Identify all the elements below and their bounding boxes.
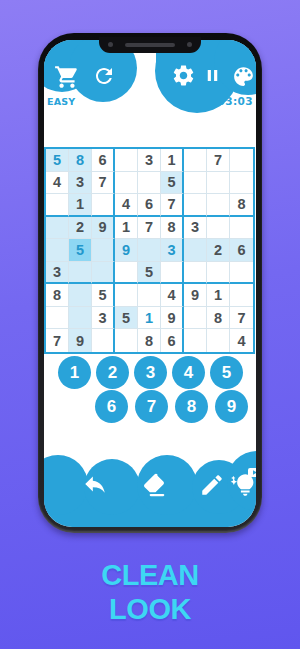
- cell-r3c2[interactable]: 1: [69, 194, 92, 217]
- palette-icon: [231, 64, 256, 89]
- cell-r6c8[interactable]: [207, 262, 230, 285]
- app-screen: EASY 03:03 58631743751467829178359326358…: [44, 40, 256, 527]
- cell-r6c3[interactable]: [92, 262, 115, 285]
- timer: 03:03: [218, 95, 253, 107]
- numpad-1[interactable]: 1: [58, 356, 91, 389]
- cell-r8c6[interactable]: 9: [161, 307, 184, 330]
- cell-r1c2[interactable]: 8: [69, 149, 92, 172]
- cell-r7c5[interactable]: [138, 284, 161, 307]
- sudoku-board: 5863174375146782917835932635854913519877…: [44, 147, 255, 354]
- numpad-6[interactable]: 6: [95, 390, 128, 423]
- cell-r9c8[interactable]: [207, 329, 230, 352]
- phone-mockup: EASY 03:03 58631743751467829178359326358…: [38, 33, 262, 533]
- cell-r1c3[interactable]: 6: [92, 149, 115, 172]
- cell-r7c2[interactable]: [69, 284, 92, 307]
- cell-r6c9[interactable]: [230, 262, 253, 285]
- eraser-button[interactable]: [141, 472, 167, 498]
- phone-notch: [99, 37, 201, 53]
- cell-r5c6[interactable]: 3: [161, 239, 184, 262]
- cell-r6c1[interactable]: 3: [46, 262, 69, 285]
- marketing-background: EASY 03:03 58631743751467829178359326358…: [0, 0, 300, 649]
- cell-r2c7[interactable]: [184, 172, 207, 195]
- cell-r5c5[interactable]: [138, 239, 161, 262]
- status-row: EASY 03:03: [47, 95, 253, 107]
- cart-icon: [54, 64, 80, 90]
- cell-r3c5[interactable]: 6: [138, 194, 161, 217]
- cell-r4c3[interactable]: 9: [92, 217, 115, 240]
- cell-r5c2[interactable]: 5: [69, 239, 92, 262]
- video-ad-badge: [248, 468, 256, 477]
- cell-r5c8[interactable]: 2: [207, 239, 230, 262]
- cell-r4c1[interactable]: [46, 217, 69, 240]
- cell-r8c8[interactable]: 8: [207, 307, 230, 330]
- cell-r8c9[interactable]: 7: [230, 307, 253, 330]
- undo-button[interactable]: [82, 471, 108, 497]
- cell-r3c8[interactable]: [207, 194, 230, 217]
- cell-r8c5[interactable]: 1: [138, 307, 161, 330]
- cell-r2c2[interactable]: 3: [69, 172, 92, 195]
- cell-r4c4[interactable]: 1: [115, 217, 138, 240]
- cell-r3c6[interactable]: 7: [161, 194, 184, 217]
- cell-r5c9[interactable]: 6: [230, 239, 253, 262]
- pencil-button[interactable]: [199, 472, 225, 498]
- undo-icon: [82, 471, 108, 497]
- numpad-row-2: 6789: [44, 390, 256, 423]
- numpad-8[interactable]: 8: [175, 390, 208, 423]
- settings-button[interactable]: [171, 63, 196, 88]
- cell-r4c9[interactable]: [230, 217, 253, 240]
- cell-r3c9[interactable]: 8: [230, 194, 253, 217]
- cell-r5c4[interactable]: 9: [115, 239, 138, 262]
- cell-r2c4[interactable]: [115, 172, 138, 195]
- shop-button[interactable]: [54, 64, 80, 90]
- numpad-row-1: 12345: [44, 356, 256, 389]
- cell-r9c7[interactable]: [184, 329, 207, 352]
- numpad-3[interactable]: 3: [134, 356, 167, 389]
- hint-button[interactable]: [229, 472, 255, 498]
- cell-r2c5[interactable]: [138, 172, 161, 195]
- cell-r9c5[interactable]: 8: [138, 329, 161, 352]
- cell-r4c2[interactable]: 2: [69, 217, 92, 240]
- numpad-7[interactable]: 7: [135, 390, 168, 423]
- cell-r2c8[interactable]: [207, 172, 230, 195]
- caption: CLEAN LOOK: [0, 558, 300, 626]
- cell-r7c6[interactable]: 4: [161, 284, 184, 307]
- number-pad: 123456789: [44, 356, 256, 423]
- pencil-icon: [199, 472, 225, 498]
- cell-r1c7[interactable]: [184, 149, 207, 172]
- cell-r6c7[interactable]: [184, 262, 207, 285]
- cell-r7c7[interactable]: 9: [184, 284, 207, 307]
- cell-r1c6[interactable]: 1: [161, 149, 184, 172]
- cell-r4c6[interactable]: 8: [161, 217, 184, 240]
- cell-r6c6[interactable]: [161, 262, 184, 285]
- cell-r2c1[interactable]: 4: [46, 172, 69, 195]
- cell-r3c3[interactable]: [92, 194, 115, 217]
- cell-r3c4[interactable]: 4: [115, 194, 138, 217]
- cell-r9c3[interactable]: [92, 329, 115, 352]
- front-camera-icon: [108, 42, 113, 47]
- proximity-sensor-icon: [187, 42, 192, 47]
- cell-r9c9[interactable]: 4: [230, 329, 253, 352]
- pause-icon: [203, 66, 222, 85]
- cell-r1c8[interactable]: 7: [207, 149, 230, 172]
- cell-r7c9[interactable]: [230, 284, 253, 307]
- cell-r1c9[interactable]: [230, 149, 253, 172]
- restart-icon: [92, 64, 116, 88]
- cell-r8c4[interactable]: 5: [115, 307, 138, 330]
- theme-button[interactable]: [231, 64, 256, 89]
- cell-r2c6[interactable]: 5: [161, 172, 184, 195]
- cell-r9c4[interactable]: [115, 329, 138, 352]
- restart-button[interactable]: [92, 64, 116, 88]
- cell-r1c4[interactable]: [115, 149, 138, 172]
- caption-line-2: LOOK: [0, 592, 300, 626]
- cell-r5c1[interactable]: [46, 239, 69, 262]
- numpad-2[interactable]: 2: [96, 356, 129, 389]
- cell-r7c3[interactable]: 5: [92, 284, 115, 307]
- eraser-icon: [141, 472, 167, 498]
- numpad-4[interactable]: 4: [172, 356, 205, 389]
- cell-r8c3[interactable]: 3: [92, 307, 115, 330]
- caption-line-1: CLEAN: [0, 558, 300, 592]
- numpad-9[interactable]: 9: [215, 390, 248, 423]
- difficulty-label: EASY: [47, 96, 75, 107]
- numpad-5[interactable]: 5: [210, 356, 243, 389]
- cell-r7c4[interactable]: [115, 284, 138, 307]
- cell-r2c3[interactable]: 7: [92, 172, 115, 195]
- cell-r7c8[interactable]: 1: [207, 284, 230, 307]
- cell-r3c7[interactable]: [184, 194, 207, 217]
- cell-r4c8[interactable]: [207, 217, 230, 240]
- cell-r9c2[interactable]: 9: [69, 329, 92, 352]
- cell-r9c6[interactable]: 6: [161, 329, 184, 352]
- cell-r4c7[interactable]: 3: [184, 217, 207, 240]
- cell-r8c1[interactable]: [46, 307, 69, 330]
- cell-r7c1[interactable]: 8: [46, 284, 69, 307]
- cell-r5c7[interactable]: [184, 239, 207, 262]
- cell-r4c5[interactable]: 7: [138, 217, 161, 240]
- speaker-grill: [125, 43, 175, 47]
- cell-r1c5[interactable]: 3: [138, 149, 161, 172]
- cell-r1c1[interactable]: 5: [46, 149, 69, 172]
- cell-r6c5[interactable]: 5: [138, 262, 161, 285]
- cell-r2c9[interactable]: [230, 172, 253, 195]
- pause-button[interactable]: [203, 66, 222, 85]
- cell-r6c2[interactable]: [69, 262, 92, 285]
- gear-icon: [171, 63, 196, 88]
- cell-r5c3[interactable]: [92, 239, 115, 262]
- cell-r3c1[interactable]: [46, 194, 69, 217]
- cell-r8c7[interactable]: [184, 307, 207, 330]
- cell-r6c4[interactable]: [115, 262, 138, 285]
- cell-r8c2[interactable]: [69, 307, 92, 330]
- cell-r9c1[interactable]: 7: [46, 329, 69, 352]
